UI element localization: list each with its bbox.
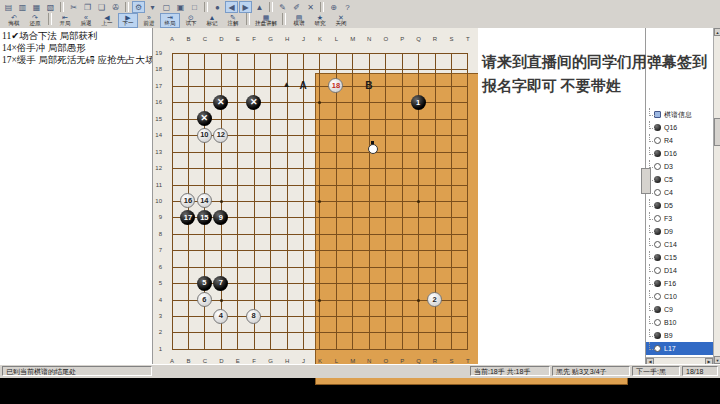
tree-node-F16[interactable]: F16 (646, 277, 713, 290)
status-bar: 已到当前棋谱的结尾处 黑先 贴3又3/4子 下一手:黑 18/18 当前:18手… (0, 364, 720, 378)
cut-icon[interactable]: ✂ (67, 1, 80, 13)
move-number: 4 (219, 312, 223, 320)
button-label: 下一 (123, 21, 134, 27)
grid-line (172, 349, 469, 350)
board-area: AA19BB18CC17DD16EE15FF14GG13HH12JJ11KK10… (153, 28, 478, 364)
coord-number-left: 4 (153, 297, 162, 303)
move-number: 9 (219, 214, 223, 222)
button-label: 研究 (315, 21, 326, 27)
black-stone-Q16[interactable]: 1 (411, 95, 426, 110)
white-stone-C4[interactable]: 6 (197, 292, 212, 307)
toolbar-separator (320, 2, 324, 12)
tree-branch-line (649, 277, 655, 285)
tree-node-C14[interactable]: C14 (646, 238, 713, 251)
tree-node-B9[interactable]: B9 (646, 329, 713, 342)
broadcast-message-line1: 请来到直播间的同学们用弹幕签到 (482, 50, 712, 74)
black-stone-C5[interactable]: 5 (197, 276, 212, 291)
coord-letter-top: E (233, 36, 243, 42)
coord-number-left: 11 (153, 182, 162, 188)
nav-up-icon[interactable]: ▲ (253, 1, 266, 13)
black-stone-icon (654, 332, 661, 339)
comment-button[interactable]: ✎注解 (223, 13, 243, 28)
white-stone-icon (654, 163, 661, 170)
button-label: 还原 (30, 21, 41, 27)
black-stone-C9[interactable]: 15 (197, 210, 212, 225)
grid-line (369, 53, 370, 349)
white-stone-icon (654, 319, 661, 326)
coord-number-left: 14 (153, 132, 162, 138)
settings-gear-icon[interactable]: ⚙ (132, 1, 145, 13)
coord-number-left: 8 (153, 231, 162, 237)
tree-node-C15[interactable]: C15 (646, 251, 713, 264)
comment-line: 11✔场合下法 局部获利 (2, 30, 152, 42)
button-label: 挂盘讲解 (255, 21, 277, 27)
button-label: 开局 (60, 21, 71, 27)
black-stone-icon (654, 202, 661, 209)
tree-node-label: L17 (664, 345, 676, 352)
coord-letter-top: F (249, 36, 259, 42)
tree-node-D3[interactable]: D3 (646, 160, 713, 173)
move-number: 2 (432, 296, 436, 304)
move-number: 12 (217, 131, 225, 139)
black-stone-icon (654, 176, 661, 183)
x-mark: ✕ (217, 98, 225, 107)
zoom-icon[interactable]: ⊕ (327, 1, 340, 13)
x-mark: ✕ (250, 98, 258, 107)
tree-node-C9[interactable]: C9 (646, 303, 713, 316)
move-tree-list: 棋谱信息Q16R4D16D3C5C4D5F3D9C14C15D14F16C10C… (646, 108, 713, 355)
tree-node-label: B10 (664, 319, 676, 326)
button-label: 试下 (186, 21, 197, 27)
coord-letter-top: M (348, 36, 358, 42)
tree-node-D16[interactable]: D16 (646, 147, 713, 160)
broadcast-message-line2: 报名字即可 不要带姓 (482, 74, 712, 98)
coord-number-left: 3 (153, 313, 162, 319)
coord-letter-top: P (397, 36, 407, 42)
white-stone-icon (654, 137, 661, 144)
copy-icon[interactable]: ❐ (81, 1, 94, 13)
grid-line (336, 53, 337, 349)
undo-button[interactable]: ↶悔棋 (4, 13, 24, 28)
tree-node-Q16[interactable]: Q16 (646, 121, 713, 134)
tree-node-C4[interactable]: C4 (646, 186, 713, 199)
tree-branch-line (649, 108, 655, 116)
black-stone-icon (654, 306, 661, 313)
coord-number-left: 18 (153, 66, 162, 72)
white-stone-icon (654, 267, 661, 274)
black-stone-C15[interactable]: ✕ (197, 111, 212, 126)
nav-next-icon[interactable]: ▶ (239, 1, 252, 13)
coord-letter-top: Q (414, 36, 424, 42)
app-window: ▤▥▦▧✂❐❏✇⚙▾▢▣□●◀▶▲✎✐✕⊕? ↶悔棋↷还原⇤开局«后退◀上一▶下… (0, 0, 720, 404)
coord-letter-top: T (463, 36, 473, 42)
tree-branch-line (649, 251, 655, 259)
coord-number-left: 7 (153, 247, 162, 253)
nav-prev-icon[interactable]: ◀ (225, 1, 238, 13)
toolbar-main: ↶悔棋↷还原⇤开局«后退◀上一▶下一»前进⇥终局⊙试下▲标记✎注解▦挂盘讲解▤棋… (4, 13, 351, 27)
coord-number-left: 12 (153, 165, 162, 171)
button-label: 关闭 (336, 21, 347, 27)
tree-node-label: C15 (664, 254, 677, 261)
coord-number-left: 16 (153, 99, 162, 105)
coord-letter-top: B (183, 36, 193, 42)
broadcast-message: 请来到直播间的同学们用弹幕签到 报名字即可 不要带姓 (482, 50, 712, 98)
move-number: 5 (202, 279, 206, 287)
mark-button[interactable]: ▲标记 (202, 13, 222, 28)
white-stone-F3[interactable]: 8 (246, 309, 261, 324)
document-icon (654, 111, 661, 118)
grid-line (172, 234, 469, 235)
black-stone-D5[interactable]: 7 (213, 276, 228, 291)
tree-node-L17[interactable]: L17 (646, 342, 713, 355)
button-label: 上一 (102, 21, 113, 27)
button-label: 后退 (81, 21, 92, 27)
button-label: 终局 (165, 21, 176, 27)
tree-branch-line (649, 225, 655, 233)
nav-forward10-button[interactable]: »前进 (139, 13, 159, 28)
board-view-medium-icon[interactable]: ▣ (174, 1, 187, 13)
grid-line (402, 53, 403, 349)
x-mark: ✕ (201, 114, 209, 123)
triangle-marker: ▲ (282, 80, 292, 90)
coord-letter-top: H (282, 36, 292, 42)
move-number: 8 (252, 312, 256, 320)
save-file-icon[interactable]: ▦ (30, 1, 43, 13)
tree-node-label: R4 (664, 137, 673, 144)
black-stone-F16[interactable]: ✕ (246, 95, 261, 110)
tree-node-F3[interactable]: F3 (646, 212, 713, 225)
tree-branch-line (649, 303, 655, 311)
tree-node-棋谱信息[interactable]: 棋谱信息 (646, 108, 713, 121)
white-stone-D3[interactable]: 4 (213, 309, 228, 324)
scroll-up-icon[interactable]: ▲ (714, 28, 720, 36)
toolbar-separator (125, 2, 129, 12)
redo-button[interactable]: ↷还原 (25, 13, 45, 28)
board-view-large-icon[interactable]: □ (188, 1, 201, 13)
tree-branch-line (649, 238, 655, 246)
star-point (417, 299, 420, 302)
black-stone-B9[interactable]: 17 (180, 210, 195, 225)
comment-panel: 11✔场合下法 局部获利14×俗手冲 局部愚形17×缓手 局部死活无碍 应抢先占… (0, 28, 153, 364)
demo-board-button[interactable]: ▦挂盘讲解 (253, 13, 279, 28)
grid-line (172, 267, 469, 268)
move-number: 10 (200, 131, 208, 139)
comment-line: 14×俗手冲 局部愚形 (2, 42, 152, 54)
button-label: 前进 (144, 21, 155, 27)
nav-back-button[interactable]: ◀上一 (97, 13, 117, 28)
toolbar-separator (204, 2, 208, 12)
white-stone-C10[interactable]: 14 (197, 193, 212, 208)
status-message: 已到当前棋谱的结尾处 (2, 366, 152, 376)
letter-label-A: A (298, 80, 308, 92)
tree-branch-line (649, 329, 655, 337)
button-label: 悔棋 (9, 21, 20, 27)
white-stone-icon (654, 189, 661, 196)
board-view-small-icon[interactable]: ▢ (160, 1, 173, 13)
status-count: 18/18 (682, 366, 718, 376)
black-stone-icon (654, 124, 661, 131)
tree-branch-line (649, 199, 655, 207)
coord-number-left: 9 (153, 214, 162, 220)
tree-branch-line (649, 160, 655, 168)
tree-node-label: D14 (664, 267, 677, 274)
move-number: 7 (219, 279, 223, 287)
button-label: 注解 (228, 21, 239, 27)
coord-number-left: 10 (153, 198, 162, 204)
new-file-icon[interactable]: ▤ (2, 1, 15, 13)
coord-letter-top: S (446, 36, 456, 42)
pencil-icon[interactable]: ✐ (290, 1, 303, 13)
coord-letter-top: G (266, 36, 276, 42)
tree-vertical-scrollbar[interactable]: ▲ ▼ (713, 28, 720, 364)
white-stone-B10[interactable]: 16 (180, 193, 195, 208)
black-stone-D9[interactable]: 9 (213, 210, 228, 225)
tree-node-label: F16 (664, 280, 676, 287)
tree-node-D14[interactable]: D14 (646, 264, 713, 277)
tree-node-label: C14 (664, 241, 677, 248)
tree-branch-line (649, 342, 655, 350)
toolbar-separator (282, 13, 286, 25)
tree-branch-line (649, 212, 655, 220)
sgf-button[interactable]: ▤棋谱 (289, 13, 309, 28)
toolbar-separator (246, 13, 250, 25)
coord-number-left: 13 (153, 149, 162, 155)
open-file-icon[interactable]: ▥ (16, 1, 29, 13)
tree-node-B10[interactable]: B10 (646, 316, 713, 329)
tree-node-label: D3 (664, 163, 673, 170)
coord-letter-top: D (216, 36, 226, 42)
tree-branch-line (649, 134, 655, 142)
coord-number-left: 5 (153, 280, 162, 286)
button-label: 棋谱 (294, 21, 305, 27)
tree-node-R4[interactable]: R4 (646, 134, 713, 147)
tree-node-C10[interactable]: C10 (646, 290, 713, 303)
settings-dropdown-icon[interactable]: ▾ (146, 1, 159, 13)
white-stone-icon (654, 241, 661, 248)
white-stone-icon (654, 345, 661, 352)
toolbar-separator (60, 2, 64, 12)
comment-line: 17×缓手 局部死活无碍 应抢先占大场 (2, 54, 152, 66)
coord-number-left: 1 (153, 346, 162, 352)
erase-icon[interactable]: ✕ (304, 1, 317, 13)
coord-number-left: 19 (153, 50, 162, 56)
white-stone-D14[interactable]: 12 (213, 128, 228, 143)
tree-node-label: C4 (664, 189, 673, 196)
print-icon[interactable]: ✇ (109, 1, 122, 13)
button-label: 标记 (207, 21, 218, 27)
tree-node-label: D9 (664, 228, 673, 235)
tree-node-D9[interactable]: D9 (646, 225, 713, 238)
coord-letter-top: O (381, 36, 391, 42)
nav-first-button[interactable]: ⇤开局 (55, 13, 75, 28)
move-number: 18 (332, 82, 340, 90)
coord-letter-top: C (200, 36, 210, 42)
move-comments: 11✔场合下法 局部获利14×俗手冲 局部愚形17×缓手 局部死活无碍 应抢先占… (0, 28, 152, 66)
research-button[interactable]: ★研究 (310, 13, 330, 28)
grid-line (451, 53, 452, 349)
tree-node-label: D16 (664, 150, 677, 157)
grid-line (467, 53, 468, 349)
grid-line (172, 250, 469, 251)
move-number: 1 (416, 99, 420, 107)
coord-letter-top: A (167, 36, 177, 42)
letter-label-B: B (364, 80, 374, 92)
tree-branch-line (649, 147, 655, 155)
white-stone-C14[interactable]: 10 (197, 128, 212, 143)
try-move-button[interactable]: ⊙试下 (181, 13, 201, 28)
move-number: 16 (184, 197, 192, 205)
panel-splitter-handle[interactable] (641, 168, 651, 194)
mouse-stone-cursor (368, 141, 377, 152)
toolbar-separator (48, 13, 52, 25)
tree-branch-line (649, 316, 655, 324)
coord-number-left: 2 (153, 329, 162, 335)
close-button[interactable]: ✕关闭 (331, 13, 351, 28)
coord-number-left: 6 (153, 264, 162, 270)
tree-node-label: D5 (664, 202, 673, 209)
move-number: 15 (200, 214, 208, 222)
star-point (220, 299, 223, 302)
status-next: 下一手:黑 (632, 366, 680, 376)
tree-branch-line (649, 121, 655, 129)
status-moves: 当前:18手 共:18手 (470, 366, 550, 376)
tree-node-label: 棋谱信息 (664, 110, 692, 120)
tree-node-label: C10 (664, 293, 677, 300)
tree-node-label: F3 (664, 215, 672, 222)
grid-line (352, 53, 353, 349)
coord-letter-top: L (331, 36, 341, 42)
tree-node-C5[interactable]: C5 (646, 173, 713, 186)
save-all-icon[interactable]: ▧ (44, 1, 57, 13)
paste-icon[interactable]: ❏ (95, 1, 108, 13)
coord-number-left: 17 (153, 83, 162, 89)
tree-node-label: Q16 (664, 124, 677, 131)
tree-branch-line (649, 264, 655, 272)
black-stone-icon (654, 228, 661, 235)
nav-back10-button[interactable]: «后退 (76, 13, 96, 28)
status-rules: 黑先 贴3又3/4子 (552, 366, 630, 376)
nav-last-button[interactable]: ⇥终局 (160, 13, 180, 28)
pen-icon[interactable]: ✎ (276, 1, 289, 13)
move-number: 6 (202, 296, 206, 304)
coord-letter-top: N (364, 36, 374, 42)
white-stone-icon (654, 293, 661, 300)
white-stone-icon (654, 215, 661, 222)
nav-forward-button[interactable]: ▶下一 (118, 13, 138, 28)
star-point (220, 200, 223, 203)
coord-letter-top: J (299, 36, 309, 42)
scroll-down-icon[interactable]: ▼ (714, 356, 720, 364)
help-icon[interactable]: ? (341, 1, 354, 13)
stone-tool-icon[interactable]: ● (211, 1, 224, 13)
grid-line (172, 332, 469, 333)
tree-branch-line (649, 290, 655, 298)
coord-letter-top: R (430, 36, 440, 42)
tree-node-label: C9 (664, 306, 673, 313)
move-number: 17 (184, 214, 192, 222)
toolbar-separator (269, 2, 273, 12)
tree-node-D5[interactable]: D5 (646, 199, 713, 212)
black-stone-icon (654, 150, 661, 157)
black-stone-icon (654, 254, 661, 261)
black-stone-icon (654, 280, 661, 287)
grid-line (385, 53, 386, 349)
coord-letter-top: K (315, 36, 325, 42)
coord-number-left: 15 (153, 116, 162, 122)
tree-node-label: C5 (664, 176, 673, 183)
tree-node-label: B9 (664, 332, 673, 339)
scrollbar-thumb[interactable] (714, 118, 720, 146)
toolbar-top: ▤▥▦▧✂❐❏✇⚙▾▢▣□●◀▶▲✎✐✕⊕? (2, 1, 354, 13)
black-stone-D16[interactable]: ✕ (213, 95, 228, 110)
move-number: 14 (200, 197, 208, 205)
